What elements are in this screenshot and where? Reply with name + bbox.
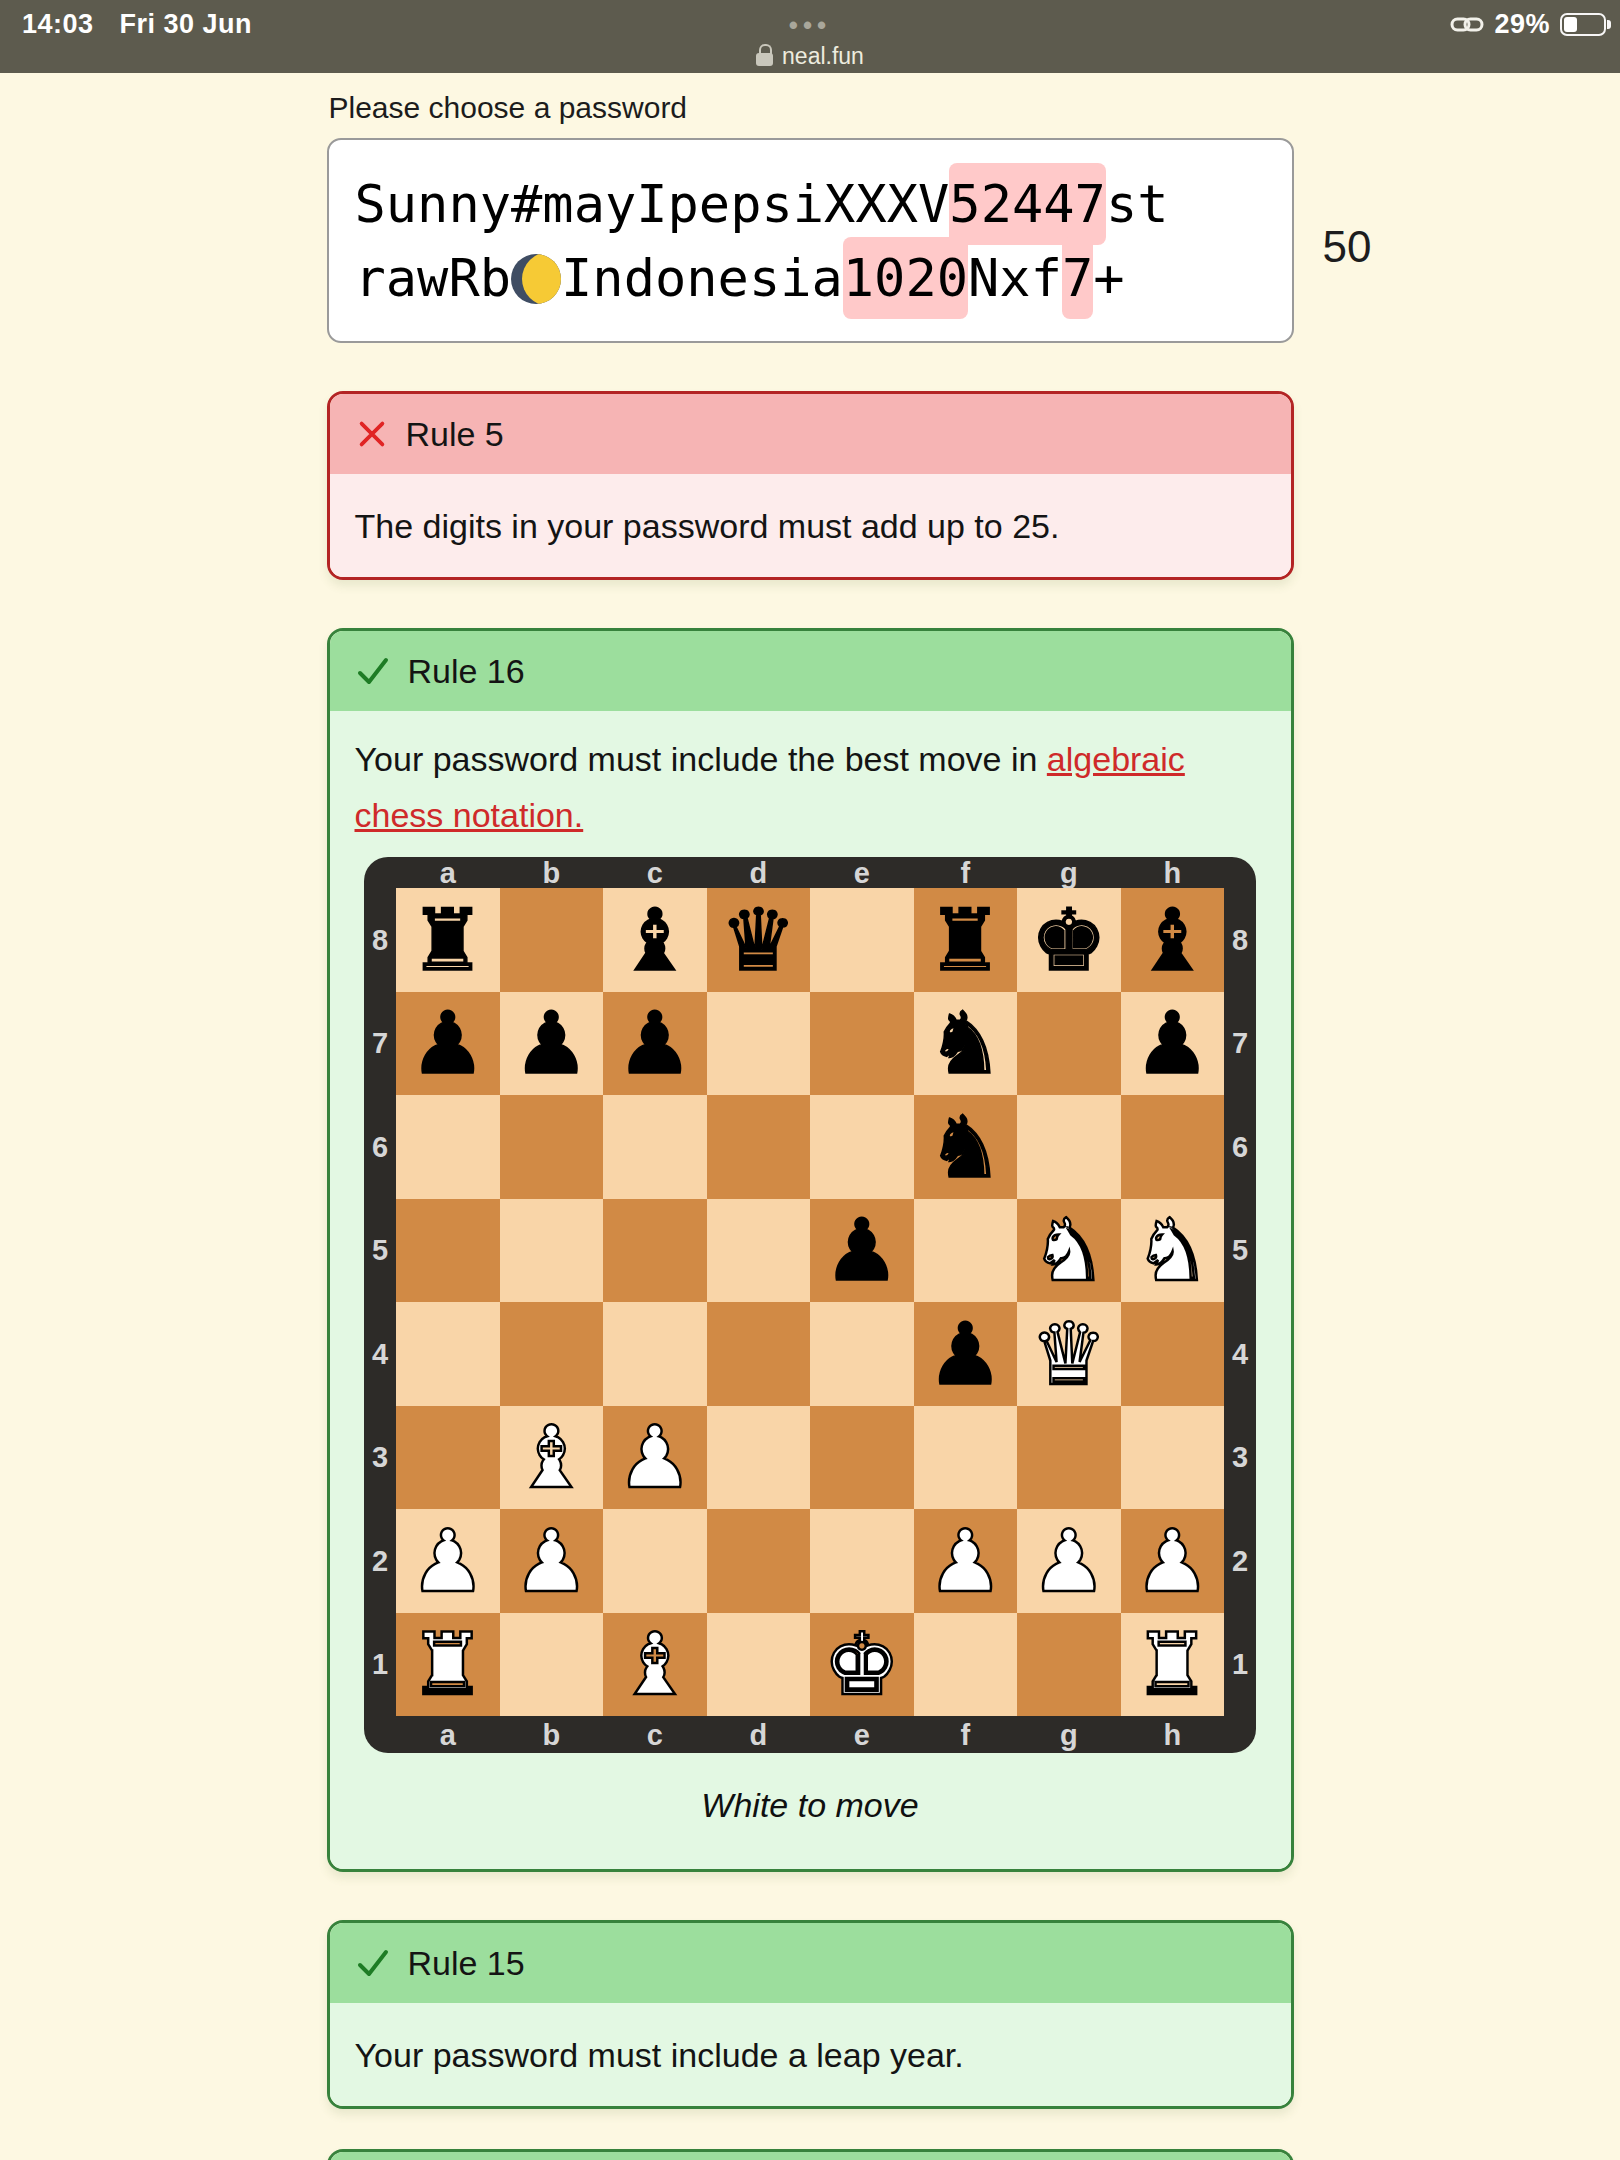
square-a7: ♟ [396, 992, 500, 1096]
rank-label-right-5: 5 [1224, 1199, 1256, 1303]
rank-label-left-8: 8 [364, 888, 396, 992]
digit-highlight: 7 [1062, 237, 1093, 319]
square-g6 [1017, 1095, 1121, 1199]
black-pawn: ♟ [616, 1000, 693, 1086]
square-h5: ♞ [1121, 1199, 1225, 1303]
square-b6 [500, 1095, 604, 1199]
white-pawn: ♟ [616, 1414, 693, 1500]
black-knight: ♞ [927, 1104, 1004, 1190]
file-label-bottom-b: b [500, 1716, 604, 1753]
black-rook: ♜ [409, 897, 486, 983]
board-corner [1224, 1716, 1256, 1753]
rank-label-right-7: 7 [1224, 992, 1256, 1096]
check-icon [355, 653, 391, 689]
square-f1 [914, 1613, 1018, 1717]
square-g4: ♛ [1017, 1302, 1121, 1406]
square-e6 [810, 1095, 914, 1199]
white-pawn: ♟ [1030, 1518, 1107, 1604]
white-pawn: ♟ [513, 1518, 590, 1604]
square-a2: ♟ [396, 1509, 500, 1613]
square-f8: ♜ [914, 888, 1018, 992]
square-b5 [500, 1199, 604, 1303]
rank-label-right-6: 6 [1224, 1095, 1256, 1199]
file-label-top-a: a [396, 857, 500, 888]
square-f3 [914, 1406, 1018, 1510]
rank-label-left-5: 5 [364, 1199, 396, 1303]
square-c4 [603, 1302, 707, 1406]
rule-5-title: Rule 5 [406, 415, 504, 454]
white-pawn: ♟ [1134, 1518, 1211, 1604]
board-corner [1224, 857, 1256, 888]
digit-highlight: 52447 [949, 163, 1106, 245]
square-h1: ♜ [1121, 1613, 1225, 1717]
black-pawn: ♟ [409, 1000, 486, 1086]
square-c5 [603, 1199, 707, 1303]
rank-label-left-6: 6 [364, 1095, 396, 1199]
square-b7: ♟ [500, 992, 604, 1096]
check-icon [355, 1945, 391, 1981]
square-d5 [707, 1199, 811, 1303]
square-d3 [707, 1406, 811, 1510]
square-c1: ♝ [603, 1613, 707, 1717]
rank-label-left-2: 2 [364, 1509, 396, 1613]
white-knight: ♞ [1134, 1207, 1211, 1293]
square-a5 [396, 1199, 500, 1303]
square-b2: ♟ [500, 1509, 604, 1613]
square-b8 [500, 888, 604, 992]
square-b3: ♝ [500, 1406, 604, 1510]
white-knight: ♞ [1030, 1207, 1107, 1293]
rule-15-title: Rule 15 [408, 1944, 525, 1983]
file-label-top-e: e [810, 857, 914, 888]
url-bar[interactable]: neal.fun [0, 42, 1620, 70]
file-label-bottom-g: g [1017, 1716, 1121, 1753]
x-icon [355, 417, 389, 451]
file-label-top-h: h [1121, 857, 1225, 888]
rank-label-left-7: 7 [364, 992, 396, 1096]
square-a8: ♜ [396, 888, 500, 992]
rank-label-right-1: 1 [1224, 1613, 1256, 1717]
square-c2 [603, 1509, 707, 1613]
square-e2 [810, 1509, 914, 1613]
white-rook: ♜ [409, 1621, 486, 1707]
tab-dots[interactable]: ••• [0, 10, 1620, 41]
file-label-top-b: b [500, 857, 604, 888]
square-e3 [810, 1406, 914, 1510]
black-queen: ♛ [720, 897, 797, 983]
file-label-top-g: g [1017, 857, 1121, 888]
square-g3 [1017, 1406, 1121, 1510]
square-h2: ♟ [1121, 1509, 1225, 1613]
black-rook: ♜ [927, 897, 1004, 983]
black-pawn: ♟ [513, 1000, 590, 1086]
square-e7 [810, 992, 914, 1096]
board-caption: White to move [355, 1777, 1266, 1833]
square-b4 [500, 1302, 604, 1406]
black-bishop: ♝ [1134, 897, 1211, 983]
square-f7: ♞ [914, 992, 1018, 1096]
password-input[interactable]: Sunny#mayIpepsiXXXV52447strawRbIndonesia… [327, 138, 1294, 343]
square-d7 [707, 992, 811, 1096]
rank-label-left-4: 4 [364, 1302, 396, 1406]
square-f2: ♟ [914, 1509, 1018, 1613]
square-g1 [1017, 1613, 1121, 1717]
square-h6 [1121, 1095, 1225, 1199]
password-row: Sunny#mayIpepsiXXXV52447strawRbIndonesia… [327, 138, 1294, 343]
square-f4: ♟ [914, 1302, 1018, 1406]
file-label-bottom-a: a [396, 1716, 500, 1753]
black-pawn: ♟ [1134, 1000, 1211, 1086]
white-queen: ♛ [1030, 1311, 1107, 1397]
file-label-top-f: f [914, 857, 1018, 888]
square-g5: ♞ [1017, 1199, 1121, 1303]
square-d4 [707, 1302, 811, 1406]
black-knight: ♞ [927, 1000, 1004, 1086]
file-label-top-c: c [603, 857, 707, 888]
black-pawn: ♟ [927, 1311, 1004, 1397]
square-g7 [1017, 992, 1121, 1096]
square-e4 [810, 1302, 914, 1406]
square-e1: ♚ [810, 1613, 914, 1717]
url-text: neal.fun [782, 43, 864, 70]
black-king: ♚ [1030, 897, 1107, 983]
white-king: ♚ [823, 1621, 900, 1707]
square-c6 [603, 1095, 707, 1199]
file-label-bottom-c: c [603, 1716, 707, 1753]
white-rook: ♜ [1134, 1621, 1211, 1707]
main-content: Please choose a password Sunny#mayIpepsi… [327, 91, 1294, 2160]
next-rule-header [330, 2152, 1291, 2160]
rule-5-header: Rule 5 [330, 394, 1291, 474]
rule-16-header: Rule 16 [330, 631, 1291, 711]
white-pawn: ♟ [409, 1518, 486, 1604]
square-g8: ♚ [1017, 888, 1121, 992]
square-e5: ♟ [810, 1199, 914, 1303]
square-a4 [396, 1302, 500, 1406]
digit-highlight: 1020 [843, 237, 968, 319]
square-c8: ♝ [603, 888, 707, 992]
rule-16-card: Rule 16 Your password must include the b… [327, 628, 1294, 1872]
rank-label-right-8: 8 [1224, 888, 1256, 992]
square-d6 [707, 1095, 811, 1199]
file-label-top-d: d [707, 857, 811, 888]
black-bishop: ♝ [616, 897, 693, 983]
square-d2 [707, 1509, 811, 1613]
chess-board: abcdefgh8♜♝♛♜♚♝87♟♟♟♞♟76♞65♟♞♞54♟♛43♝♟32… [364, 857, 1256, 1753]
rule-5-card: Rule 5 The digits in your password must … [327, 391, 1294, 580]
square-a6 [396, 1095, 500, 1199]
square-e8 [810, 888, 914, 992]
square-d1 [707, 1613, 811, 1717]
square-h4 [1121, 1302, 1225, 1406]
square-f5 [914, 1199, 1018, 1303]
board-corner [364, 1716, 396, 1753]
rank-label-left-1: 1 [364, 1613, 396, 1717]
square-b1 [500, 1613, 604, 1717]
file-label-bottom-f: f [914, 1716, 1018, 1753]
password-label: Please choose a password [329, 91, 1294, 125]
rule-16-text: Your password must include the best move… [355, 731, 1266, 843]
white-bishop: ♝ [616, 1621, 693, 1707]
lock-icon [756, 53, 773, 66]
rank-label-right-4: 4 [1224, 1302, 1256, 1406]
rule-5-text: The digits in your password must add up … [355, 498, 1060, 554]
square-h8: ♝ [1121, 888, 1225, 992]
square-h3 [1121, 1406, 1225, 1510]
rank-label-right-3: 3 [1224, 1406, 1256, 1510]
white-pawn: ♟ [927, 1518, 1004, 1604]
file-label-bottom-e: e [810, 1716, 914, 1753]
square-a1: ♜ [396, 1613, 500, 1717]
moon-emoji [511, 254, 561, 304]
rank-label-left-3: 3 [364, 1406, 396, 1510]
white-bishop: ♝ [513, 1414, 590, 1500]
square-c7: ♟ [603, 992, 707, 1096]
square-a3 [396, 1406, 500, 1510]
square-c3: ♟ [603, 1406, 707, 1510]
square-h7: ♟ [1121, 992, 1225, 1096]
file-label-bottom-h: h [1121, 1716, 1225, 1753]
battery-icon [1560, 13, 1606, 36]
rule-15-card: Rule 15 Your password must include a lea… [327, 1920, 1294, 2109]
rule-16-text-before: Your password must include the best move… [355, 740, 1047, 778]
square-d8: ♛ [707, 888, 811, 992]
rank-label-right-2: 2 [1224, 1509, 1256, 1613]
screen: 14:03 Fri 30 Jun ••• 29% neal.fun Please… [0, 0, 1620, 2160]
char-count: 50 [1323, 222, 1372, 272]
file-label-bottom-d: d [707, 1716, 811, 1753]
black-pawn: ♟ [823, 1207, 900, 1293]
board-corner [364, 857, 396, 888]
rule-15-text: Your password must include a leap year. [355, 2027, 964, 2083]
square-f6: ♞ [914, 1095, 1018, 1199]
status-bar: 14:03 Fri 30 Jun ••• 29% neal.fun [0, 0, 1620, 73]
square-g2: ♟ [1017, 1509, 1121, 1613]
next-rule-card [327, 2149, 1294, 2160]
rule-16-title: Rule 16 [408, 652, 525, 691]
rule-15-header: Rule 15 [330, 1923, 1291, 2003]
